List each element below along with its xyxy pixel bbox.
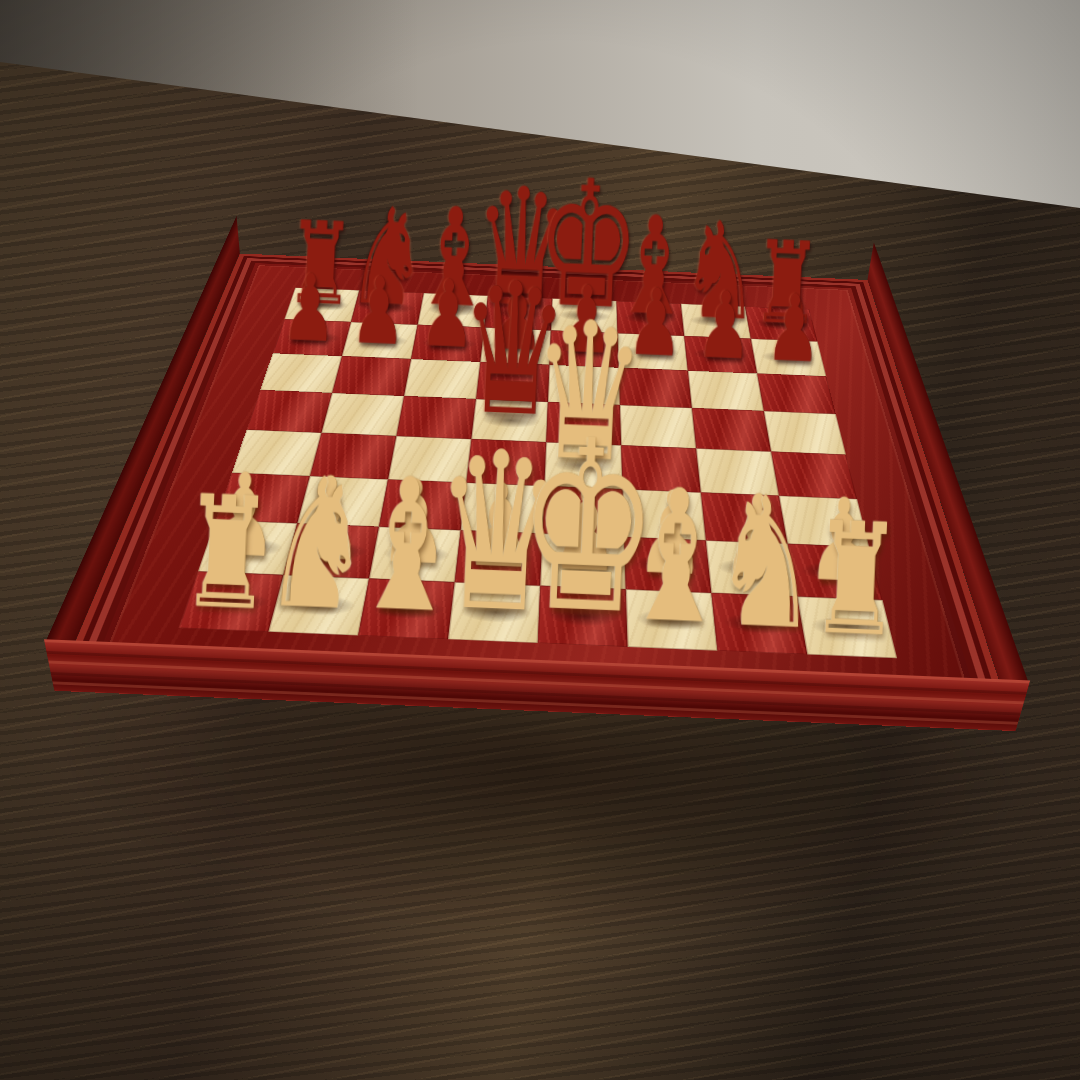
square-b6[interactable] <box>332 356 411 396</box>
square-a6[interactable] <box>260 353 342 393</box>
square-g7[interactable]: ♟ <box>684 336 757 374</box>
square-h1[interactable]: ♜ <box>797 597 897 659</box>
square-f1[interactable]: ♝ <box>626 589 718 650</box>
square-a7[interactable]: ♟ <box>273 319 351 356</box>
square-g6[interactable] <box>688 371 764 411</box>
piece-white-knight-g1[interactable]: ♞ <box>709 471 823 655</box>
piece-red-pawn-a7[interactable]: ♟ <box>280 261 338 356</box>
square-h7[interactable]: ♟ <box>751 339 826 377</box>
photo-stage: ♜♞♝♛♚♝♞♜♟♟♟♟♟♟♟♟♛♛♟♟♟♟♟♟♟♟♜♞♝♛♚♝♞♜ <box>0 0 1080 1080</box>
square-h5[interactable] <box>764 411 846 455</box>
square-g1[interactable]: ♞ <box>711 593 807 654</box>
square-g5[interactable] <box>692 408 771 452</box>
board-grid: ♜♞♝♛♚♝♞♜♟♟♟♟♟♟♟♟♛♛♟♟♟♟♟♟♟♟♜♞♝♛♚♝♞♜ <box>179 288 898 659</box>
chess-board: ♜♞♝♛♚♝♞♜♟♟♟♟♟♟♟♟♛♛♟♟♟♟♟♟♟♟♜♞♝♛♚♝♞♜ <box>54 254 1015 732</box>
square-h6[interactable] <box>757 374 836 415</box>
camera-tilt: ♜♞♝♛♚♝♞♜♟♟♟♟♟♟♟♟♛♛♟♟♟♟♟♟♟♟♜♞♝♛♚♝♞♜ <box>0 0 1080 1080</box>
square-b7[interactable]: ♟ <box>342 322 418 359</box>
piece-white-rook-a1[interactable]: ♜ <box>178 475 275 632</box>
piece-white-rook-h1[interactable]: ♜ <box>807 501 904 658</box>
piece-red-pawn-g7[interactable]: ♟ <box>695 279 753 374</box>
square-b5[interactable] <box>321 393 404 436</box>
board-molded-base: ♜♞♝♛♚♝♞♜♟♟♟♟♟♟♟♟♛♛♟♟♟♟♟♟♟♟♜♞♝♛♚♝♞♜ <box>54 254 1015 732</box>
piece-red-pawn-h7[interactable]: ♟ <box>764 282 822 377</box>
piece-red-pawn-b7[interactable]: ♟ <box>349 264 407 359</box>
square-e1[interactable]: ♚ <box>538 586 628 647</box>
board-border: ♜♞♝♛♚♝♞♜♟♟♟♟♟♟♟♟♛♛♟♟♟♟♟♟♟♟♜♞♝♛♚♝♞♜ <box>99 265 972 704</box>
square-a5[interactable] <box>247 390 333 433</box>
